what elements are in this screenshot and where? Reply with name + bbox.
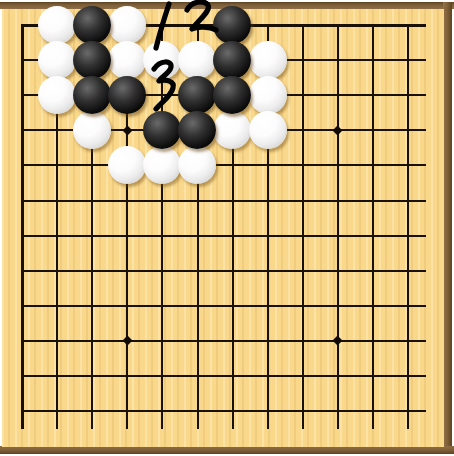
handwritten-move-number-1 <box>151 1 173 51</box>
board-frame-right <box>443 2 452 454</box>
move-annotations <box>2 9 444 447</box>
handwritten-move-number-3 <box>151 58 181 116</box>
handwritten-move-number-2 <box>184 0 218 40</box>
go-board[interactable] <box>2 9 444 447</box>
board-frame-bottom <box>0 446 454 454</box>
go-diagram <box>0 0 454 456</box>
